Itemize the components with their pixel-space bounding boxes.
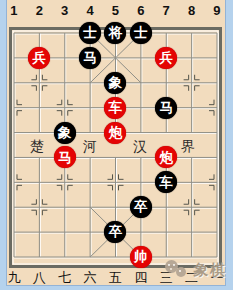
file-label-top: 7 bbox=[154, 3, 179, 19]
piece-red-horse[interactable]: 马 bbox=[54, 146, 76, 168]
board: 士将士兵马兵象车马象炮马炮车卒卒帅 bbox=[1, 21, 229, 270]
piece-black-soldier[interactable]: 卒 bbox=[104, 221, 126, 243]
page: 123456789 楚河 汉界 士将士兵马兵象车马象炮马炮车卒卒帅 九八七六五四… bbox=[0, 0, 233, 290]
file-label-top: 2 bbox=[27, 3, 52, 19]
file-label-top: 4 bbox=[77, 3, 102, 19]
file-label-top: 3 bbox=[52, 3, 77, 19]
piece-black-advisor[interactable]: 士 bbox=[79, 22, 101, 44]
piece-black-soldier[interactable]: 卒 bbox=[130, 196, 152, 218]
file-label-top: 8 bbox=[179, 3, 204, 19]
file-label-top: 6 bbox=[128, 3, 153, 19]
piece-red-soldier[interactable]: 兵 bbox=[155, 47, 177, 69]
chat-face-small-icon bbox=[176, 267, 186, 277]
file-label-bottom: 八 bbox=[27, 270, 52, 286]
piece-black-elephant[interactable]: 象 bbox=[104, 72, 126, 94]
piece-black-horse[interactable]: 马 bbox=[79, 47, 101, 69]
file-label-bottom: 六 bbox=[77, 270, 102, 286]
watermark-label: 象棋 bbox=[193, 261, 227, 280]
file-label-bottom: 四 bbox=[128, 270, 153, 286]
wechat-xiangqi-watermark: 象棋 bbox=[152, 258, 232, 286]
piece-red-soldier[interactable]: 兵 bbox=[28, 47, 50, 69]
file-label-top: 5 bbox=[103, 3, 128, 19]
file-label-top: 9 bbox=[204, 3, 229, 19]
piece-black-general[interactable]: 将 bbox=[104, 22, 126, 44]
piece-red-general[interactable]: 帅 bbox=[130, 246, 152, 268]
piece-black-horse[interactable]: 马 bbox=[155, 97, 177, 119]
file-label-bottom: 五 bbox=[103, 270, 128, 286]
piece-red-cannon[interactable]: 炮 bbox=[155, 146, 177, 168]
piece-red-cannon[interactable]: 炮 bbox=[104, 122, 126, 144]
piece-black-chariot[interactable]: 车 bbox=[155, 171, 177, 193]
piece-red-chariot[interactable]: 车 bbox=[104, 97, 126, 119]
file-label-bottom: 七 bbox=[52, 270, 77, 286]
piece-black-elephant[interactable]: 象 bbox=[54, 122, 76, 144]
file-labels-top: 123456789 bbox=[1, 3, 229, 19]
piece-black-advisor[interactable]: 士 bbox=[130, 22, 152, 44]
file-label-bottom: 九 bbox=[1, 270, 26, 286]
file-label-top: 1 bbox=[1, 3, 26, 19]
